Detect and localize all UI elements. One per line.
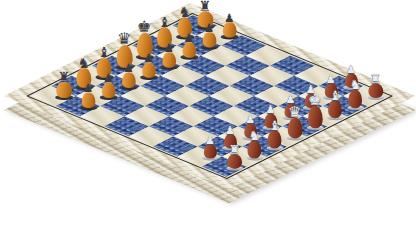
piece-black-rook: ♜: [363, 72, 389, 100]
silver-pawn-icon: ♟: [346, 64, 356, 75]
piece-metal-base: [306, 125, 323, 130]
piece-wood-body: [222, 22, 236, 38]
piece-wood-body: [368, 83, 383, 98]
piece-metal-base: [246, 156, 263, 161]
piece-metal-base: [266, 146, 283, 151]
piece-metal-base: [347, 105, 364, 110]
piece-wood-body: [197, 11, 213, 27]
chess-board: ♜♞♝♛♚♝♞♜♟♟♟♟♟♟♟♟♟♟♟♟♟♟♟♟♜♞♝♛♚♝♞♜: [32, 15, 388, 176]
pewter-queen-icon: ♛: [117, 31, 131, 47]
piece-metal-base: [367, 95, 384, 100]
piece-white-rook: ♜: [191, 0, 219, 30]
piece-wood-body: [344, 73, 357, 88]
piece-metal-base: [286, 135, 303, 140]
pewter-king-icon: ♚: [137, 19, 151, 35]
pewter-pawn-icon: ♟: [224, 12, 234, 24]
piece-metal-base: [327, 115, 344, 120]
pewter-rook-icon: ♜: [199, 0, 211, 13]
photo-backdrop: ♜♞♝♛♚♝♞♜♟♟♟♟♟♟♟♟♟♟♟♟♟♟♟♟♜♞♝♛♚♝♞♜: [0, 0, 416, 251]
silver-rook-icon: ♜: [370, 72, 381, 85]
piece-metal-base: [226, 166, 243, 171]
chess-board-frame: ♜♞♝♛♚♝♞♜♟♟♟♟♟♟♟♟♟♟♟♟♟♟♟♟♜♞♝♛♚♝♞♜: [4, 3, 415, 189]
